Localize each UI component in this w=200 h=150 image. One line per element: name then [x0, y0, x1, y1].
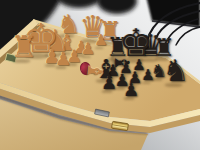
- piece-white-pawn[interactable]: ♟: [81, 41, 95, 57]
- pieces-layer: ♜♚♞♞♝♛♜♟♟♟♟♟♟♝♝♝♜♚♛♜♞♞♟♟♟♟♟♟♟♟: [0, 0, 200, 150]
- piece-white-rook[interactable]: ♜: [11, 32, 38, 62]
- photo-chess-set-in-box: ♜♚♞♞♝♛♜♟♟♟♟♟♟♝♝♝♜♚♛♜♞♞♟♟♟♟♟♟♟♟: [0, 0, 200, 150]
- piece-black-pawn[interactable]: ♟: [101, 74, 117, 92]
- piece-black-knight[interactable]: ♞: [163, 56, 190, 86]
- piece-black-pawn[interactable]: ♟: [141, 68, 154, 83]
- piece-black-pawn[interactable]: ♟: [123, 81, 139, 99]
- piece-white-pawn[interactable]: ♟: [55, 50, 71, 68]
